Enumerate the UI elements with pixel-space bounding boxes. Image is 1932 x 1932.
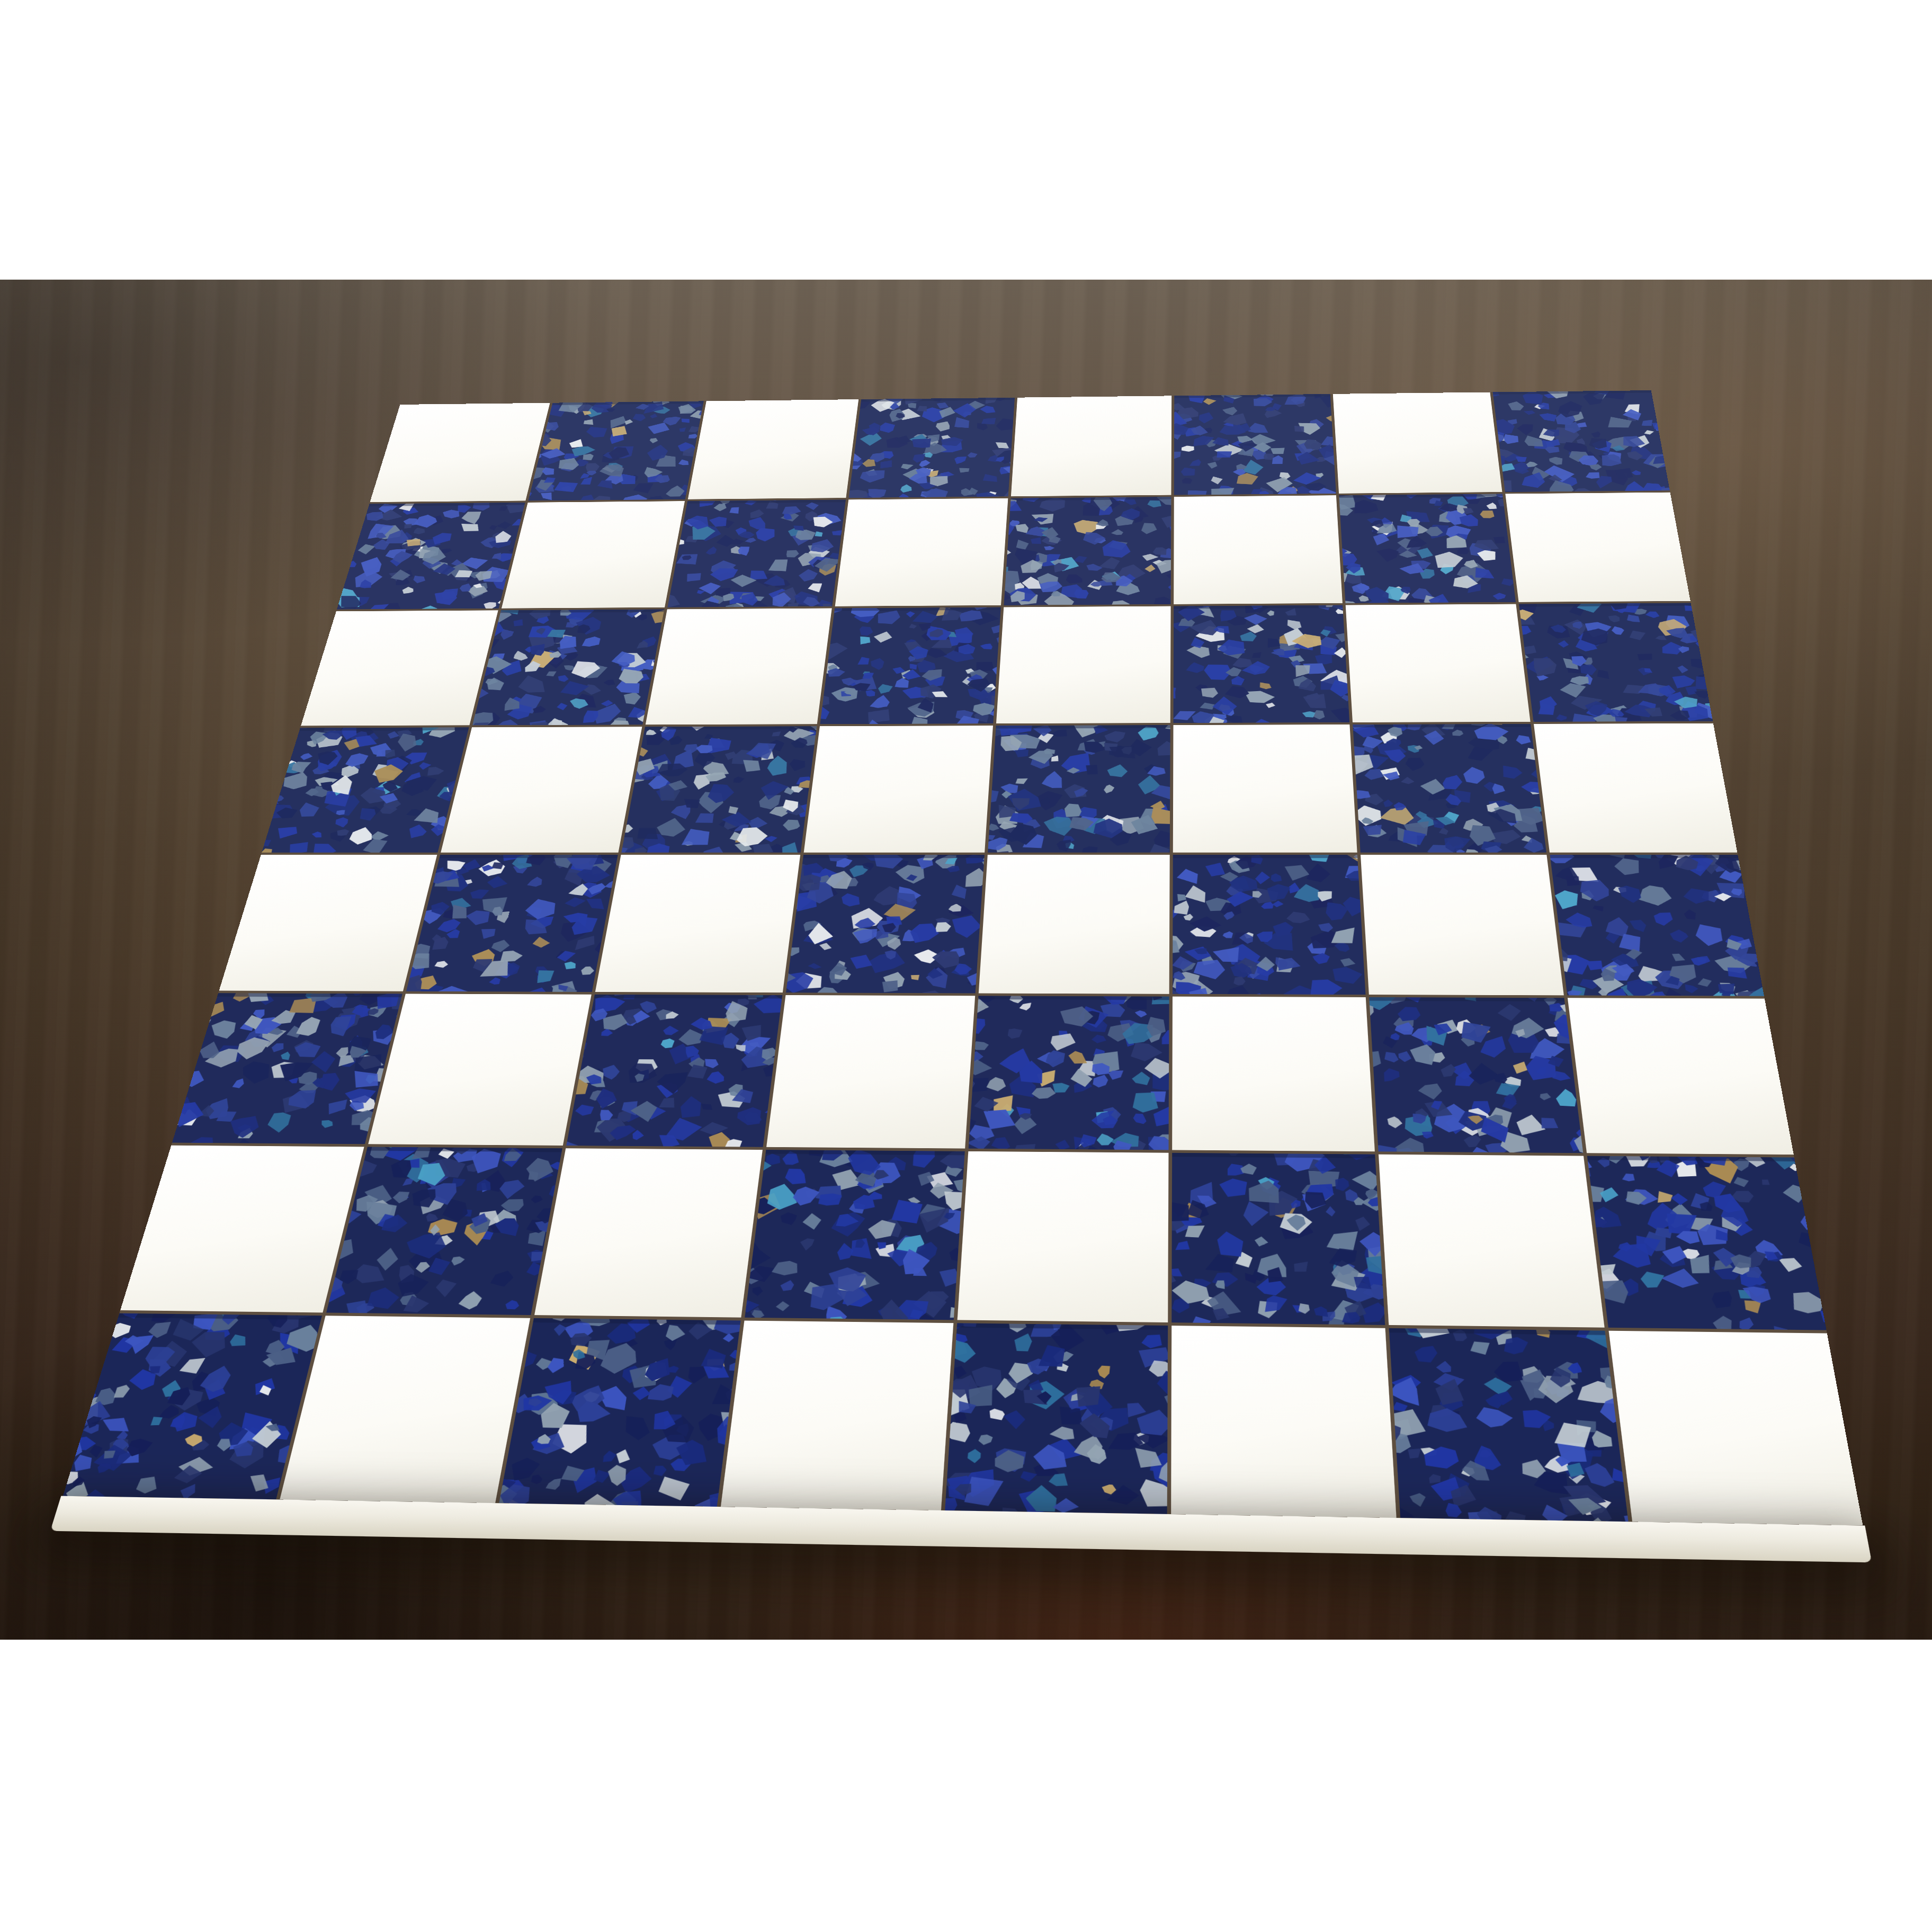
- lapis-texture: [1339, 494, 1516, 603]
- lapis-texture: [1519, 603, 1713, 721]
- square-d8: [848, 398, 1014, 498]
- lapis-texture: [1550, 855, 1764, 996]
- square-a3: [172, 994, 402, 1144]
- square-f5: [1173, 724, 1357, 853]
- lapis-texture: [786, 855, 985, 994]
- square-f2: [1172, 1153, 1385, 1325]
- square-e2: [957, 1151, 1169, 1322]
- lapis-texture: [968, 996, 1169, 1150]
- lapis-texture: [1353, 724, 1546, 853]
- square-h5: [1534, 723, 1737, 853]
- square-d5: [803, 726, 992, 852]
- square-g6: [1346, 604, 1531, 722]
- square-c4: [595, 855, 800, 993]
- lapis-texture: [1369, 997, 1583, 1153]
- square-b6: [472, 609, 664, 725]
- square-b5: [441, 727, 642, 852]
- lapis-texture: [988, 725, 1170, 852]
- square-g5: [1353, 724, 1546, 853]
- board-perspective-wrapper: [63, 390, 1863, 1525]
- square-h8: [1493, 390, 1670, 492]
- square-g4: [1361, 855, 1564, 996]
- top-white-margin: [0, 0, 1932, 280]
- square-h6: [1519, 603, 1713, 721]
- lapis-texture: [745, 1150, 964, 1320]
- square-c5: [621, 726, 817, 852]
- square-g1: [1389, 1328, 1629, 1522]
- lapis-texture: [1004, 497, 1171, 605]
- lapis-texture: [499, 1318, 740, 1507]
- square-g3: [1369, 997, 1583, 1153]
- lapis-texture: [1493, 390, 1670, 492]
- square-h4: [1550, 855, 1764, 996]
- lapis-texture: [621, 726, 817, 852]
- square-a7: [337, 503, 525, 610]
- square-c3: [566, 995, 782, 1147]
- square-g8: [1333, 392, 1502, 494]
- square-h1: [1609, 1331, 1863, 1526]
- lapis-texture: [1174, 605, 1350, 722]
- lapis-texture: [1173, 855, 1365, 995]
- square-d6: [820, 607, 1000, 724]
- square-h2: [1587, 1156, 1827, 1330]
- lapis-texture: [1389, 1328, 1629, 1522]
- lapis-texture: [172, 994, 402, 1144]
- chess-board: [63, 390, 1863, 1525]
- square-b1: [280, 1316, 530, 1503]
- lapis-texture: [326, 1147, 562, 1315]
- square-a4: [219, 855, 437, 991]
- square-e1: [945, 1323, 1168, 1514]
- square-b8: [528, 401, 703, 500]
- square-d4: [786, 855, 985, 994]
- square-b3: [368, 994, 591, 1146]
- lapis-texture: [1587, 1156, 1827, 1330]
- square-c2: [534, 1148, 763, 1317]
- wood-table-surface: [0, 280, 1932, 1640]
- square-f8: [1174, 394, 1336, 495]
- square-d1: [720, 1321, 953, 1510]
- square-d7: [835, 498, 1008, 606]
- square-c6: [646, 608, 832, 724]
- square-a2: [120, 1146, 364, 1313]
- square-g2: [1379, 1155, 1605, 1328]
- lapis-texture: [1174, 394, 1336, 495]
- lapis-texture: [820, 607, 1000, 724]
- square-b4: [406, 855, 618, 992]
- square-h3: [1568, 998, 1794, 1155]
- square-e6: [996, 606, 1171, 723]
- square-h7: [1505, 493, 1690, 602]
- lapis-texture: [848, 398, 1014, 498]
- square-d2: [745, 1150, 964, 1320]
- square-c1: [499, 1318, 740, 1507]
- square-e4: [978, 855, 1170, 994]
- lapis-texture: [262, 727, 469, 852]
- square-e8: [1010, 396, 1171, 496]
- square-b2: [326, 1147, 562, 1315]
- square-f3: [1173, 997, 1375, 1152]
- square-c8: [688, 399, 858, 499]
- lapis-texture: [1172, 1153, 1385, 1325]
- square-f4: [1173, 855, 1365, 995]
- square-f7: [1174, 495, 1343, 604]
- lapis-texture: [945, 1323, 1168, 1514]
- lapis-texture: [667, 499, 845, 607]
- square-a8: [370, 403, 550, 502]
- square-b7: [502, 501, 685, 608]
- square-a1: [63, 1313, 322, 1499]
- square-e3: [968, 996, 1169, 1150]
- lapis-texture: [337, 503, 525, 610]
- square-a5: [262, 727, 469, 852]
- lapis-texture: [406, 855, 618, 992]
- square-f6: [1174, 605, 1350, 722]
- square-a6: [301, 610, 498, 726]
- lapis-texture: [566, 995, 782, 1147]
- bottom-white-margin: [0, 1640, 1932, 1932]
- square-g7: [1339, 494, 1516, 603]
- square-d3: [766, 995, 975, 1148]
- lapis-texture: [472, 609, 664, 725]
- lapis-texture: [63, 1313, 322, 1499]
- square-c7: [667, 499, 845, 607]
- square-e5: [988, 725, 1170, 852]
- lapis-texture: [528, 401, 703, 500]
- square-e7: [1004, 497, 1171, 605]
- square-f1: [1171, 1326, 1397, 1518]
